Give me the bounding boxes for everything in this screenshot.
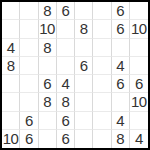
clue-number: 6 <box>25 113 33 128</box>
cell-r1c5[interactable] <box>75 2 93 20</box>
cell-r4c1: 8 <box>2 57 20 75</box>
clue-number: 6 <box>61 131 69 146</box>
cell-r3c8[interactable] <box>130 39 148 57</box>
clue-number: 4 <box>61 76 69 91</box>
cell-r3c2[interactable] <box>20 39 38 57</box>
cell-r2c6[interactable] <box>93 20 111 38</box>
cell-r5c7: 6 <box>112 75 130 93</box>
cell-r4c2[interactable] <box>20 57 38 75</box>
cell-r8c7: 8 <box>112 130 130 148</box>
cell-r8c2: 6 <box>20 130 38 148</box>
cell-r5c5[interactable] <box>75 75 93 93</box>
cell-r6c4: 8 <box>57 93 75 111</box>
cell-r2c3: 10 <box>39 20 57 38</box>
cell-r5c3: 6 <box>39 75 57 93</box>
cell-r8c1: 10 <box>2 130 20 148</box>
clue-number: 6 <box>25 131 33 146</box>
cell-r5c6[interactable] <box>93 75 111 93</box>
cell-r6c5[interactable] <box>75 93 93 111</box>
cell-r2c4[interactable] <box>57 20 75 38</box>
puzzle-board: 8661086104886464668810664106684 <box>0 0 150 150</box>
cell-r1c4: 6 <box>57 2 75 20</box>
cell-r4c6[interactable] <box>93 57 111 75</box>
cell-r6c2[interactable] <box>20 93 38 111</box>
cell-r5c2[interactable] <box>20 75 38 93</box>
cell-r7c6[interactable] <box>93 112 111 130</box>
cell-r1c3: 8 <box>39 2 57 20</box>
clue-number: 8 <box>43 94 51 109</box>
cell-r6c8: 10 <box>130 93 148 111</box>
clue-number: 6 <box>135 76 143 91</box>
cell-r7c8[interactable] <box>130 112 148 130</box>
cell-r8c8: 4 <box>130 130 148 148</box>
cell-r8c6[interactable] <box>93 130 111 148</box>
cell-r7c3[interactable] <box>39 112 57 130</box>
clue-number: 8 <box>43 40 51 55</box>
cell-r4c7: 4 <box>112 57 130 75</box>
cell-r1c1[interactable] <box>2 2 20 20</box>
clue-number: 10 <box>39 21 55 36</box>
cell-r5c1[interactable] <box>2 75 20 93</box>
cell-r2c8: 10 <box>130 20 148 38</box>
cell-r3c3: 8 <box>39 39 57 57</box>
cell-r1c8[interactable] <box>130 2 148 20</box>
cell-r6c6[interactable] <box>93 93 111 111</box>
cell-r2c2[interactable] <box>20 20 38 38</box>
cell-r1c6[interactable] <box>93 2 111 20</box>
clue-number: 6 <box>61 3 69 18</box>
cell-r5c8: 6 <box>130 75 148 93</box>
cell-r8c3[interactable] <box>39 130 57 148</box>
cell-r2c7: 6 <box>112 20 130 38</box>
clue-number: 4 <box>116 58 124 73</box>
cell-r7c7: 4 <box>112 112 130 130</box>
cell-r7c5[interactable] <box>75 112 93 130</box>
clue-number: 4 <box>135 131 143 146</box>
clue-number: 6 <box>116 3 124 18</box>
cell-r3c5[interactable] <box>75 39 93 57</box>
cell-r4c8[interactable] <box>130 57 148 75</box>
cell-r4c4[interactable] <box>57 57 75 75</box>
clue-number: 8 <box>61 94 69 109</box>
cell-r6c3: 8 <box>39 93 57 111</box>
cell-r1c7: 6 <box>112 2 130 20</box>
clue-number: 6 <box>116 76 124 91</box>
cell-r4c3[interactable] <box>39 57 57 75</box>
clue-number: 8 <box>7 58 15 73</box>
clue-number: 10 <box>3 131 19 146</box>
clue-number: 10 <box>131 94 147 109</box>
cell-r6c7[interactable] <box>112 93 130 111</box>
cell-r3c4[interactable] <box>57 39 75 57</box>
clue-number: 6 <box>80 58 88 73</box>
clue-number: 6 <box>116 21 124 36</box>
cell-r8c4: 6 <box>57 130 75 148</box>
cell-r7c4: 6 <box>57 112 75 130</box>
cell-r3c7[interactable] <box>112 39 130 57</box>
clue-number: 8 <box>116 131 124 146</box>
clue-number: 8 <box>43 3 51 18</box>
clue-number: 6 <box>61 113 69 128</box>
cell-r3c6[interactable] <box>93 39 111 57</box>
cell-r8c5[interactable] <box>75 130 93 148</box>
clue-number: 8 <box>80 21 88 36</box>
cell-r2c5: 8 <box>75 20 93 38</box>
clue-number: 10 <box>131 21 147 36</box>
cell-r1c2[interactable] <box>20 2 38 20</box>
clue-number: 4 <box>7 40 15 55</box>
clue-number: 4 <box>116 113 124 128</box>
cell-r4c5: 6 <box>75 57 93 75</box>
cell-r7c2: 6 <box>20 112 38 130</box>
cell-r2c1[interactable] <box>2 20 20 38</box>
cell-r5c4: 4 <box>57 75 75 93</box>
cell-r7c1[interactable] <box>2 112 20 130</box>
clue-number: 6 <box>43 76 51 91</box>
cell-r3c1: 4 <box>2 39 20 57</box>
cell-r6c1[interactable] <box>2 93 20 111</box>
